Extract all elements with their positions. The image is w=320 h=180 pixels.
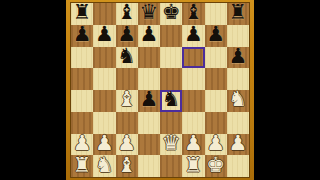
square-g4[interactable]: [205, 90, 227, 112]
square-d4[interactable]: ♟: [138, 90, 160, 112]
square-a3[interactable]: [71, 112, 93, 134]
black-king: ♚: [162, 2, 181, 23]
square-c3[interactable]: [116, 112, 138, 134]
white-bishop: ♝: [117, 155, 136, 176]
square-b8[interactable]: [93, 3, 115, 25]
square-g5[interactable]: [205, 68, 227, 90]
square-d6[interactable]: [138, 47, 160, 69]
square-b6[interactable]: [93, 47, 115, 69]
square-f2[interactable]: ♟: [182, 134, 204, 156]
square-d5[interactable]: [138, 68, 160, 90]
square-h3[interactable]: [227, 112, 249, 134]
square-e6[interactable]: [160, 47, 182, 69]
black-pawn: ♟: [95, 24, 114, 45]
square-h8[interactable]: ♜: [227, 3, 249, 25]
square-a8[interactable]: ♜: [71, 3, 93, 25]
square-f4[interactable]: [182, 90, 204, 112]
black-pawn: ♟: [139, 24, 158, 45]
black-pawn: ♟: [228, 46, 247, 67]
black-knight: ♞: [162, 89, 181, 110]
square-e2[interactable]: ♛: [160, 134, 182, 156]
square-f8[interactable]: ♝: [182, 3, 204, 25]
square-h2[interactable]: ♟: [227, 134, 249, 156]
square-d1[interactable]: [138, 155, 160, 177]
square-c4[interactable]: ♝: [116, 90, 138, 112]
white-knight: ♞: [228, 89, 247, 110]
square-e5[interactable]: [160, 68, 182, 90]
board-grid: ♜♝♛♚♝♜♟♟♟♟♟♟♞♟♝♟♞♞♟♟♟♛♟♟♟♜♞♝♜♚: [71, 3, 249, 177]
square-e8[interactable]: ♚: [160, 3, 182, 25]
square-a5[interactable]: [71, 68, 93, 90]
square-h7[interactable]: [227, 25, 249, 47]
white-pawn: ♟: [206, 133, 225, 154]
white-rook: ♜: [184, 155, 203, 176]
white-pawn: ♟: [228, 133, 247, 154]
square-h1[interactable]: [227, 155, 249, 177]
square-f6[interactable]: [182, 47, 204, 69]
black-rook: ♜: [73, 2, 92, 23]
square-a4[interactable]: [71, 90, 93, 112]
black-bishop: ♝: [117, 2, 136, 23]
square-f7[interactable]: ♟: [182, 25, 204, 47]
white-king: ♚: [206, 155, 225, 176]
square-e7[interactable]: [160, 25, 182, 47]
square-e3[interactable]: [160, 112, 182, 134]
square-g2[interactable]: ♟: [205, 134, 227, 156]
square-c7[interactable]: ♟: [116, 25, 138, 47]
black-pawn: ♟: [73, 24, 92, 45]
square-b2[interactable]: ♟: [93, 134, 115, 156]
white-knight: ♞: [95, 155, 114, 176]
square-c2[interactable]: ♟: [116, 134, 138, 156]
black-pawn: ♟: [139, 89, 158, 110]
black-bishop: ♝: [184, 2, 203, 23]
square-c6[interactable]: ♞: [116, 47, 138, 69]
square-f5[interactable]: [182, 68, 204, 90]
black-pawn: ♟: [206, 24, 225, 45]
square-e4[interactable]: ♞: [160, 90, 182, 112]
square-a6[interactable]: [71, 47, 93, 69]
square-e1[interactable]: [160, 155, 182, 177]
square-d3[interactable]: [138, 112, 160, 134]
app-screen: ♜♝♛♚♝♜♟♟♟♟♟♟♞♟♝♟♞♞♟♟♟♛♟♟♟♜♞♝♜♚: [0, 0, 320, 180]
square-g8[interactable]: [205, 3, 227, 25]
square-b4[interactable]: [93, 90, 115, 112]
black-pawn: ♟: [184, 24, 203, 45]
square-d7[interactable]: ♟: [138, 25, 160, 47]
chess-board: ♜♝♛♚♝♜♟♟♟♟♟♟♞♟♝♟♞♞♟♟♟♛♟♟♟♜♞♝♜♚: [66, 0, 254, 180]
black-knight: ♞: [117, 46, 136, 67]
square-a1[interactable]: ♜: [71, 155, 93, 177]
square-b3[interactable]: [93, 112, 115, 134]
black-rook: ♜: [228, 2, 247, 23]
white-pawn: ♟: [73, 133, 92, 154]
square-a7[interactable]: ♟: [71, 25, 93, 47]
black-queen: ♛: [139, 2, 158, 23]
black-pawn: ♟: [117, 24, 136, 45]
white-bishop: ♝: [117, 89, 136, 110]
square-f3[interactable]: [182, 112, 204, 134]
square-d2[interactable]: [138, 134, 160, 156]
square-c1[interactable]: ♝: [116, 155, 138, 177]
white-pawn: ♟: [95, 133, 114, 154]
square-b5[interactable]: [93, 68, 115, 90]
square-g7[interactable]: ♟: [205, 25, 227, 47]
square-b7[interactable]: ♟: [93, 25, 115, 47]
white-pawn: ♟: [184, 133, 203, 154]
square-h6[interactable]: ♟: [227, 47, 249, 69]
square-g3[interactable]: [205, 112, 227, 134]
square-a2[interactable]: ♟: [71, 134, 93, 156]
white-rook: ♜: [73, 155, 92, 176]
square-h5[interactable]: [227, 68, 249, 90]
square-g6[interactable]: [205, 47, 227, 69]
square-g1[interactable]: ♚: [205, 155, 227, 177]
square-d8[interactable]: ♛: [138, 3, 160, 25]
square-b1[interactable]: ♞: [93, 155, 115, 177]
square-f1[interactable]: ♜: [182, 155, 204, 177]
white-pawn: ♟: [117, 133, 136, 154]
square-c5[interactable]: [116, 68, 138, 90]
square-h4[interactable]: ♞: [227, 90, 249, 112]
square-c8[interactable]: ♝: [116, 3, 138, 25]
white-queen: ♛: [162, 133, 181, 154]
